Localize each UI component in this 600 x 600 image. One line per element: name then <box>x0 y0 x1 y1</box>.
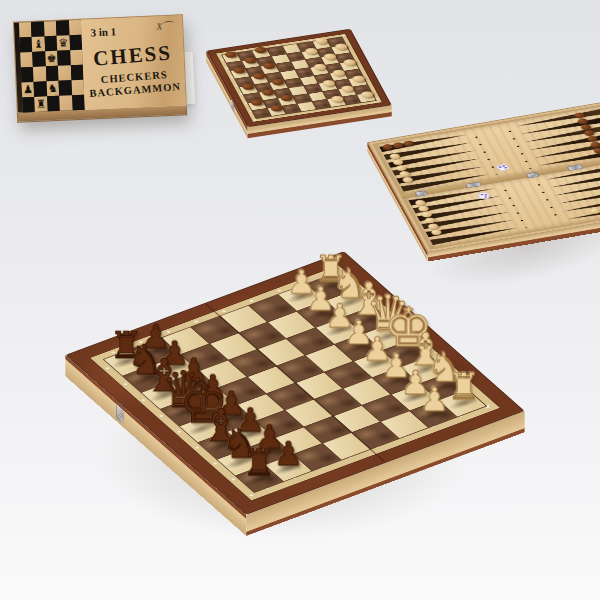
box-panel-square: ♜ <box>35 96 48 112</box>
box-panel-square <box>20 37 33 53</box>
box-title: CHESS <box>81 40 184 73</box>
box-panel-square <box>72 95 85 111</box>
box-badge: 3 in 1 <box>90 25 116 38</box>
box-panel-square <box>33 66 46 82</box>
box-panel-square <box>69 35 82 51</box>
box-panel-square <box>21 67 34 83</box>
box-titles: CHESS CHECKERS BACKGAMMON <box>81 40 186 100</box>
box-panel-square <box>69 20 82 36</box>
backgammon-board <box>367 101 600 252</box>
box-panel-square: ♝ <box>32 36 45 52</box>
box-panel-square <box>57 50 70 66</box>
box-panel-square <box>19 22 32 38</box>
chess-board: ♜♟♟♜♞♟♟♞♝♟♟♝♛♟♟♛♚♟♟♚♝♟♟♝♞♟♟♞♜♟♟♜ <box>65 251 524 514</box>
product-photo-scene: { "game": "chess (3-in-1 wooden folding … <box>0 0 600 600</box>
checkers-board <box>206 29 392 127</box>
box-panel-square: ♞ <box>46 81 59 97</box>
box-panel-square <box>34 81 47 97</box>
box-panel-square: ♚ <box>45 51 58 67</box>
box-panel-square <box>71 80 84 96</box>
white-pawn: ♟ <box>411 383 457 416</box>
box-panel-square <box>20 52 33 68</box>
box-panel-square <box>59 80 72 96</box>
box-front-face: ♝♛♚♟♞♜ 3 in 1 X CHESS CHECKERS BACKGAMMO… <box>13 14 187 112</box>
box-panel-square <box>47 96 60 112</box>
box-panel-square <box>44 21 57 37</box>
box-panel-square <box>56 20 69 36</box>
box-panel-square <box>70 65 83 81</box>
box-panel-square <box>58 65 71 81</box>
brand-logo: X <box>156 21 174 32</box>
box-checker-panel: ♝♛♚♟♞♜ <box>19 20 85 113</box>
box-label-area: 3 in 1 X CHESS CHECKERS BACKGAMMON <box>81 15 186 109</box>
box-panel-square <box>22 97 35 113</box>
box-panel-square <box>46 66 59 82</box>
box-panel-square: ♛ <box>57 35 70 51</box>
box-panel-square <box>59 95 72 111</box>
box-panel-square <box>31 21 44 37</box>
product-box: ♝♛♚♟♞♜ 3 in 1 X CHESS CHECKERS BACKGAMMO… <box>13 14 187 120</box>
box-panel-square: ♟ <box>22 82 35 98</box>
box-panel-square <box>33 51 46 67</box>
box-panel-square <box>44 36 57 52</box>
black-rook: ♜ <box>236 444 282 481</box>
backgammon-point <box>553 178 600 198</box>
